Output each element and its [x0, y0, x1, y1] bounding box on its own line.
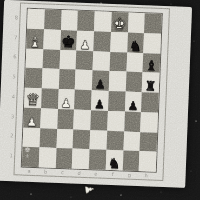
square-d2[interactable] [73, 129, 90, 149]
square-a4[interactable]: ♛ [24, 88, 41, 108]
chess-board: ♚♝♚♟♞♝♟♜♛♟♟♟♟♚⚜♞ [21, 8, 163, 173]
square-f7[interactable] [110, 32, 127, 52]
square-c8[interactable] [61, 10, 78, 30]
emblem-symbol: ⚜ [25, 154, 30, 158]
square-b6[interactable] [42, 49, 59, 69]
square-e6[interactable] [93, 51, 110, 71]
captured-white-pawn[interactable]: ♟ [83, 184, 96, 196]
square-a1[interactable]: ♚⚜ [22, 147, 39, 167]
square-g5[interactable] [125, 72, 142, 92]
square-e1[interactable] [89, 149, 106, 169]
square-b2[interactable] [39, 128, 56, 148]
rank-label-7: 7 [11, 27, 20, 47]
film-grain-dark-specks [0, 0, 2, 2]
square-f6[interactable] [109, 51, 126, 71]
square-g7[interactable]: ♞ [127, 32, 144, 52]
square-g4[interactable]: ♟ [124, 92, 141, 112]
square-h7[interactable] [144, 33, 161, 53]
black-pawn[interactable]: ♟ [95, 78, 106, 90]
rank-label-5: 5 [10, 66, 19, 86]
white-queen[interactable]: ♛ [25, 91, 40, 108]
square-a2[interactable] [23, 127, 40, 147]
square-c5[interactable] [58, 69, 75, 89]
square-a6[interactable] [26, 48, 43, 68]
square-g6[interactable] [126, 52, 143, 72]
square-c2[interactable] [56, 128, 73, 148]
square-f4[interactable] [108, 91, 125, 111]
square-h2[interactable] [140, 132, 157, 152]
vinyl-board-sheet: 87654321 abcdefgh ♚♝♚♟♞♝♟♜♛♟♟♟♟♚⚜♞ [0, 0, 192, 188]
square-e3[interactable] [90, 110, 107, 130]
white-pawn[interactable]: ♟ [26, 115, 37, 127]
black-rook[interactable]: ♜ [145, 79, 157, 92]
square-b3[interactable] [40, 108, 57, 128]
square-e5[interactable]: ♟ [92, 71, 109, 91]
square-c7[interactable]: ♚ [60, 30, 77, 50]
square-e7[interactable] [93, 31, 110, 51]
square-d4[interactable] [74, 90, 91, 110]
square-e2[interactable] [90, 130, 107, 150]
square-d7[interactable]: ♟ [77, 30, 94, 50]
white-king[interactable]: ♚ [112, 16, 127, 33]
square-g1[interactable] [122, 151, 139, 171]
square-f2[interactable] [106, 130, 123, 150]
square-f8[interactable]: ♚ [111, 12, 128, 32]
emblem-symbol: ♚ [24, 148, 31, 154]
rank-label-8: 8 [12, 7, 21, 27]
photo-of-chess-board: 87654321 abcdefgh ♚♝♚♟♞♝♟♜♛♟♟♟♟♚⚜♞ ♟ [0, 0, 200, 200]
square-c3[interactable] [57, 109, 74, 129]
black-knight[interactable]: ♞ [108, 156, 121, 170]
square-c1[interactable] [55, 148, 72, 168]
white-pawn[interactable]: ♟ [80, 38, 91, 50]
black-pawn[interactable]: ♟ [127, 99, 138, 111]
square-g8[interactable] [128, 13, 145, 33]
square-a7[interactable]: ♝ [26, 28, 43, 48]
black-pawn[interactable]: ♟ [94, 98, 105, 110]
square-f1[interactable]: ♞ [105, 150, 122, 170]
rank-label-2: 2 [8, 126, 17, 146]
square-e8[interactable] [94, 11, 111, 31]
square-h6[interactable]: ♝ [143, 53, 160, 73]
square-a8[interactable] [27, 9, 44, 29]
black-king[interactable]: ♚ [61, 34, 76, 51]
rank-labels: 87654321 [7, 7, 21, 165]
square-h4[interactable] [141, 92, 158, 112]
film-grain-light-specks [0, 0, 2, 2]
rank-label-3: 3 [8, 106, 17, 126]
board-maker-emblem: ♚⚜ [24, 148, 31, 158]
square-d1[interactable] [72, 149, 89, 169]
square-g2[interactable] [123, 131, 140, 151]
square-e4[interactable]: ♟ [91, 90, 108, 110]
square-c4[interactable]: ♟ [58, 89, 75, 109]
rank-label-6: 6 [11, 47, 20, 67]
rank-label-4: 4 [9, 86, 18, 106]
square-c6[interactable] [59, 49, 76, 69]
square-h5[interactable]: ♜ [142, 72, 159, 92]
square-b8[interactable] [44, 9, 61, 29]
square-a3[interactable]: ♟ [23, 107, 40, 127]
square-h3[interactable] [140, 112, 157, 132]
square-f5[interactable] [109, 71, 126, 91]
square-b1[interactable] [39, 148, 56, 168]
white-bishop[interactable]: ♝ [28, 34, 41, 48]
square-f3[interactable] [107, 111, 124, 131]
white-pawn[interactable]: ♟ [61, 97, 72, 109]
square-d8[interactable] [77, 11, 94, 31]
square-b7[interactable] [43, 29, 60, 49]
black-bishop[interactable]: ♝ [145, 59, 158, 73]
square-d5[interactable] [75, 70, 92, 90]
square-h8[interactable] [144, 13, 161, 33]
square-h1[interactable] [139, 151, 156, 171]
black-knight[interactable]: ♞ [129, 38, 142, 52]
square-b4[interactable] [41, 88, 58, 108]
square-g3[interactable] [124, 111, 141, 131]
square-d6[interactable] [76, 50, 93, 70]
square-a5[interactable] [25, 68, 42, 88]
square-d3[interactable] [74, 109, 91, 129]
rank-label-1: 1 [7, 145, 16, 165]
square-b5[interactable] [42, 69, 59, 89]
